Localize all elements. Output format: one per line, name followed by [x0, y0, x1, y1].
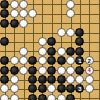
white-stone[interactable] [28, 9, 37, 18]
white-stone[interactable] [10, 75, 19, 84]
white-stone[interactable] [66, 0, 75, 9]
black-stone[interactable] [66, 84, 75, 93]
black-stone[interactable] [10, 66, 19, 75]
black-stone[interactable] [75, 28, 84, 37]
move-number-label: 1 [78, 57, 81, 63]
white-stone[interactable] [38, 47, 47, 56]
black-stone[interactable] [66, 47, 75, 56]
white-stone[interactable] [10, 56, 19, 65]
black-stone[interactable] [75, 47, 84, 56]
black-stone[interactable] [66, 94, 75, 100]
white-stone[interactable] [57, 94, 66, 100]
black-stone[interactable] [0, 75, 9, 84]
black-stone[interactable] [57, 75, 66, 84]
white-stone[interactable] [19, 19, 28, 28]
black-stone[interactable] [10, 19, 19, 28]
black-stone[interactable] [0, 19, 9, 28]
black-stone[interactable] [57, 84, 66, 93]
white-stone[interactable] [10, 9, 19, 18]
black-stone[interactable] [38, 84, 47, 93]
white-stone[interactable] [38, 37, 47, 46]
black-stone[interactable] [28, 66, 37, 75]
white-stone[interactable] [10, 84, 19, 93]
white-stone-move-2[interactable]: 2 [85, 56, 94, 65]
white-stone[interactable] [57, 47, 66, 56]
black-stone-move-1[interactable]: 1 [75, 56, 84, 65]
white-stone[interactable] [19, 66, 28, 75]
white-stone[interactable] [66, 56, 75, 65]
black-stone[interactable] [28, 84, 37, 93]
black-stone[interactable] [38, 75, 47, 84]
white-stone[interactable] [10, 94, 19, 100]
black-stone[interactable] [0, 66, 9, 75]
black-stone[interactable] [47, 75, 56, 84]
white-stone[interactable] [0, 94, 9, 100]
black-stone[interactable] [47, 47, 56, 56]
black-stone[interactable] [0, 0, 9, 9]
go-board[interactable]: 1243 [0, 0, 100, 100]
move-number-label: 4 [88, 67, 91, 73]
grid-line-vertical [99, 0, 100, 100]
white-stone[interactable] [47, 84, 56, 93]
white-stone[interactable] [57, 28, 66, 37]
white-stone[interactable] [38, 56, 47, 65]
white-stone[interactable] [66, 75, 75, 84]
move-number-label: 3 [78, 86, 81, 92]
white-stone[interactable] [0, 84, 9, 93]
white-stone[interactable] [66, 28, 75, 37]
black-stone-move-3[interactable]: 3 [75, 84, 84, 93]
black-stone[interactable] [75, 37, 84, 46]
white-stone[interactable] [85, 75, 94, 84]
white-stone[interactable] [19, 0, 28, 9]
white-stone[interactable] [19, 56, 28, 65]
white-stone[interactable] [10, 0, 19, 9]
black-stone[interactable] [75, 66, 84, 75]
black-stone[interactable] [0, 9, 9, 18]
white-stone[interactable] [75, 75, 84, 84]
white-stone-move-4[interactable]: 4 [85, 66, 94, 75]
black-stone[interactable] [38, 94, 47, 100]
black-stone[interactable] [28, 56, 37, 65]
white-stone[interactable] [47, 94, 56, 100]
white-stone[interactable] [57, 66, 66, 75]
black-stone[interactable] [47, 66, 56, 75]
black-stone[interactable] [57, 56, 66, 65]
white-stone[interactable] [19, 47, 28, 56]
black-stone[interactable] [0, 37, 9, 46]
white-stone[interactable] [85, 84, 94, 93]
white-stone[interactable] [66, 66, 75, 75]
black-stone[interactable] [47, 56, 56, 65]
white-stone[interactable] [66, 9, 75, 18]
white-stone[interactable] [38, 66, 47, 75]
white-stone[interactable] [19, 9, 28, 18]
move-number-label: 2 [88, 57, 91, 63]
black-stone[interactable] [47, 37, 56, 46]
black-stone[interactable] [28, 94, 37, 100]
grid-line-horizontal [0, 33, 100, 34]
black-stone[interactable] [28, 75, 37, 84]
black-stone[interactable] [0, 56, 9, 65]
